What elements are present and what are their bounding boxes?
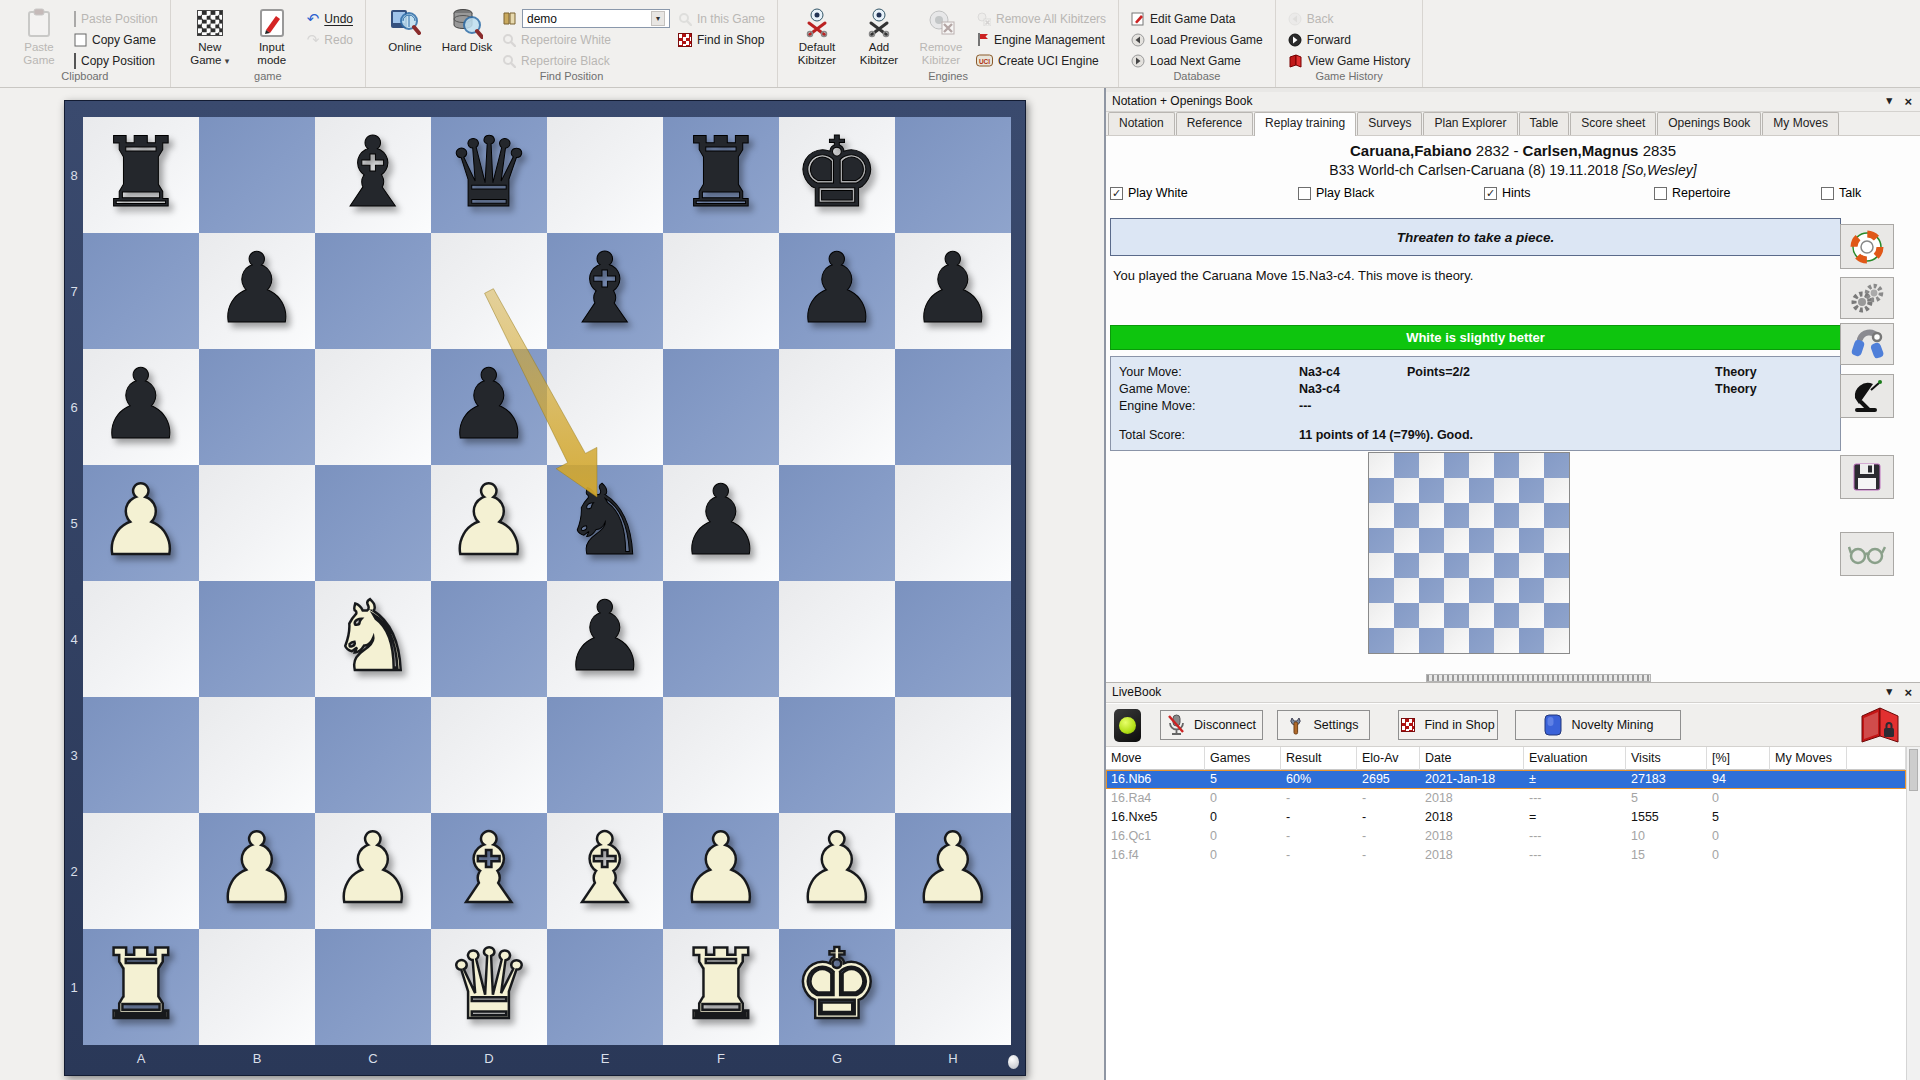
cell <box>1847 827 1906 846</box>
file-label: A <box>83 1047 199 1073</box>
mini-square <box>1544 628 1569 653</box>
white-knight-c4[interactable]: ♞ <box>315 581 431 697</box>
cell <box>1770 846 1847 865</box>
cell: 15 <box>1626 846 1707 865</box>
mini-square <box>1519 578 1544 603</box>
hard-disk-search-icon <box>451 5 483 41</box>
cell: 0 <box>1707 846 1770 865</box>
board-squares: ♜♝♛♜♚♟♝♟♟♟♟♟♟♞♟♞♟♟♟♝♝♟♟♟♜♛♜♚ <box>83 117 1011 1045</box>
history-book-icon <box>1288 54 1303 68</box>
shop-checker-icon <box>1401 718 1415 732</box>
square-f2[interactable]: ♟ <box>663 813 779 929</box>
white-king-g1[interactable]: ♚ <box>779 929 895 1045</box>
cell: - <box>1357 808 1420 827</box>
edit-game-data-icon <box>1131 12 1145 26</box>
cell: = <box>1524 808 1626 827</box>
back-button: Back <box>1288 10 1410 27</box>
help-hint-button[interactable] <box>1840 224 1894 269</box>
white-pawn-c2[interactable]: ♟ <box>315 813 431 929</box>
livebook-vertical-scrollbar[interactable] <box>1906 747 1920 1080</box>
mini-square <box>1394 578 1419 603</box>
square-f3[interactable] <box>663 697 779 813</box>
novelty-mining-button[interactable]: Novelty Mining <box>1515 710 1681 740</box>
file-label: E <box>547 1047 663 1073</box>
mini-square <box>1469 628 1494 653</box>
white-rook-a1[interactable]: ♜ <box>83 929 199 1045</box>
black-pawn-b7[interactable]: ♟ <box>199 233 315 349</box>
square-e5[interactable]: ♞ <box>547 465 663 581</box>
column-header-date[interactable]: Date <box>1420 747 1524 770</box>
mini-square <box>1494 628 1519 653</box>
mini-square <box>1544 578 1569 603</box>
square-g6[interactable] <box>779 349 895 465</box>
paste-game-button: Paste Game <box>12 5 66 70</box>
view-game-history-button[interactable]: View Game History <box>1288 52 1410 69</box>
checkbox-label: Hints <box>1502 186 1530 200</box>
load-next-game-button[interactable]: Load Next Game <box>1131 52 1263 69</box>
square-d4[interactable] <box>431 581 547 697</box>
mini-square <box>1444 578 1469 603</box>
square-h7[interactable]: ♟ <box>895 233 1011 349</box>
cell: --- <box>1524 789 1626 808</box>
mini-chessboard <box>1368 452 1570 654</box>
black-pawn-e4[interactable]: ♟ <box>547 581 663 697</box>
cell: 16.Nxe5 <box>1106 808 1205 827</box>
cell: 10 <box>1626 827 1707 846</box>
mini-square <box>1369 453 1394 478</box>
default-kibitzer-button[interactable]: Default Kibitzer <box>790 5 844 70</box>
tab-openings-book[interactable]: Openings Book <box>1657 112 1761 135</box>
column-header-games[interactable]: Games <box>1205 747 1281 770</box>
black-king-g8[interactable]: ♚ <box>779 117 895 233</box>
square-c3[interactable] <box>315 697 431 813</box>
square-d5[interactable]: ♟ <box>431 465 547 581</box>
square-b7[interactable]: ♟ <box>199 233 315 349</box>
mini-square <box>1369 528 1394 553</box>
cell: 16.Qc1 <box>1106 827 1205 846</box>
column-header-my-moves[interactable]: My Moves <box>1770 747 1847 770</box>
engine-management-button[interactable]: Engine Management <box>976 31 1106 48</box>
disconnect-button[interactable]: Disconnect <box>1160 710 1263 740</box>
square-c8[interactable]: ♝ <box>315 117 431 233</box>
reference-db-combobox[interactable]: demo ▾ <box>522 9 670 28</box>
square-c4[interactable]: ♞ <box>315 581 431 697</box>
square-b8[interactable] <box>199 117 315 233</box>
square-g7[interactable]: ♟ <box>779 233 895 349</box>
rank-label: 3 <box>65 697 83 813</box>
square-c2[interactable]: ♟ <box>315 813 431 929</box>
tab-reference[interactable]: Reference <box>1176 112 1253 135</box>
livebook-header-row: MoveGamesResultElo-AvDateEvaluationVisit… <box>1106 747 1906 770</box>
livebook-row-16.Qc1[interactable]: 16.Qc10--2018---100 <box>1106 827 1906 846</box>
notation-tabs: NotationReferenceReplay trainingSurveysP… <box>1106 112 1920 136</box>
square-a1[interactable]: ♜ <box>83 929 199 1045</box>
mini-square <box>1444 478 1469 503</box>
checkbox-play-black[interactable]: Play Black <box>1298 186 1374 200</box>
rank-label: 4 <box>65 581 83 697</box>
mini-square <box>1519 503 1544 528</box>
checkbox-hints[interactable]: ✓Hints <box>1484 186 1530 200</box>
column-header-elo-av[interactable]: Elo-Av <box>1357 747 1420 770</box>
notation-panel-title: Notation + Openings Book <box>1112 94 1252 108</box>
white-pawn-f2[interactable]: ♟ <box>663 813 779 929</box>
square-e8[interactable] <box>547 117 663 233</box>
mini-square <box>1519 628 1544 653</box>
cell: - <box>1281 789 1357 808</box>
connection-status-led <box>1114 709 1141 742</box>
mini-square <box>1469 453 1494 478</box>
cell: 60% <box>1281 770 1357 789</box>
mini-square <box>1444 553 1469 578</box>
square-g1[interactable]: ♚ <box>779 929 895 1045</box>
livebook-find-in-shop-button[interactable]: Find in Shop <box>1398 710 1498 740</box>
engine-kibitzer-button[interactable] <box>1840 374 1894 418</box>
mini-square <box>1369 553 1394 578</box>
svg-text:UCI: UCI <box>979 58 990 65</box>
engine-settings-button[interactable] <box>1840 277 1894 319</box>
horizontal-scrollbar[interactable] <box>1426 674 1651 682</box>
ribbon-group-game-history: Back Forward View Game History Game Hist… <box>1276 0 1423 87</box>
square-a3[interactable] <box>83 697 199 813</box>
gears-icon <box>1849 281 1885 315</box>
cell: 5 <box>1626 789 1707 808</box>
black-bishop-c8[interactable]: ♝ <box>315 117 431 233</box>
square-e4[interactable]: ♟ <box>547 581 663 697</box>
square-d1[interactable]: ♛ <box>431 929 547 1045</box>
cell <box>1847 789 1906 808</box>
ribbon-group-database: Edit Game Data Load Previous Game Load N… <box>1119 0 1276 87</box>
file-label: B <box>199 1047 315 1073</box>
square-e1[interactable] <box>547 929 663 1045</box>
copy-game-icon <box>74 33 87 47</box>
cell: 2018 <box>1420 827 1524 846</box>
copy-position-button[interactable]: Copy Position <box>74 52 158 69</box>
square-c7[interactable] <box>315 233 431 349</box>
mini-square <box>1494 578 1519 603</box>
square-b5[interactable] <box>199 465 315 581</box>
mini-square <box>1394 453 1419 478</box>
mini-square <box>1544 553 1569 578</box>
undo-button[interactable]: ↶ Undo <box>307 10 353 27</box>
spy-mode-button[interactable] <box>1840 532 1894 576</box>
livebook-row-16.Nb6[interactable]: 16.Nb6560%26952021-Jan-18±2718394 <box>1106 770 1906 789</box>
column-header-pctpctpct[interactable]: [%] <box>1707 747 1770 770</box>
tab-notation[interactable]: Notation <box>1108 112 1175 135</box>
square-b2[interactable]: ♟ <box>199 813 315 929</box>
livebook-shop-book-icon[interactable] <box>1856 706 1904 744</box>
black-knight-e5[interactable]: ♞ <box>547 465 663 581</box>
mini-square <box>1519 453 1544 478</box>
board-options-button[interactable] <box>1008 1055 1019 1069</box>
livebook-titlebar: LiveBook ▾ × <box>1106 683 1920 703</box>
game-header-players: Caruana,Fabiano 2832 - Carlsen,Magnus 28… <box>1106 136 1920 159</box>
checkbox-label: Repertoire <box>1672 186 1730 200</box>
cell: - <box>1357 789 1420 808</box>
cell: 27183 <box>1626 770 1707 789</box>
square-f1[interactable]: ♜ <box>663 929 779 1045</box>
mini-square <box>1519 478 1544 503</box>
group-label-game: game <box>177 70 359 87</box>
pencil-icon <box>258 5 286 41</box>
wrench-icon <box>1288 715 1304 735</box>
hard-disk-search-button[interactable]: Hard Disk <box>440 5 494 70</box>
square-d2[interactable]: ♝ <box>431 813 547 929</box>
rank-label: 1 <box>65 929 83 1045</box>
cell: 5 <box>1707 808 1770 827</box>
mini-square <box>1419 453 1444 478</box>
square-f6[interactable] <box>663 349 779 465</box>
mini-square <box>1444 528 1469 553</box>
new-game-button[interactable]: New Game ▾ <box>183 5 237 70</box>
rank-label: 5 <box>65 465 83 581</box>
glasses-icon <box>1848 541 1886 567</box>
checkbox-repertoire[interactable]: Repertoire <box>1654 186 1730 200</box>
chessbase-window: Paste Game Paste Position Copy Game Copy… <box>0 0 1920 1080</box>
ribbon-group-game: New Game ▾ Input mode ↶ Undo ↷ Redo <box>171 0 366 87</box>
white-pawn-h2[interactable]: ♟ <box>895 813 1011 929</box>
mini-square <box>1519 528 1544 553</box>
tab-plan-explorer[interactable]: Plan Explorer <box>1423 112 1517 135</box>
file-label: C <box>315 1047 431 1073</box>
forward-button[interactable]: Forward <box>1288 31 1410 48</box>
in-this-game-icon <box>678 12 692 26</box>
game-move-value: Na3-c4 <box>1299 382 1340 396</box>
white-pawn-a5[interactable]: ♟ <box>83 465 199 581</box>
square-a4[interactable] <box>83 581 199 697</box>
square-b6[interactable] <box>199 349 315 465</box>
mini-square <box>1469 553 1494 578</box>
mini-square <box>1519 603 1544 628</box>
square-b4[interactable] <box>199 581 315 697</box>
mini-square <box>1419 578 1444 603</box>
column-header-visits[interactable]: Visits <box>1626 747 1707 770</box>
training-options-row: ✓Play WhitePlay Black✓HintsRepertoireTal… <box>1106 186 1920 208</box>
checkbox-box[interactable]: ✓ <box>1110 187 1123 200</box>
paste-position-button: Paste Position <box>74 10 158 27</box>
copy-game-button[interactable]: Copy Game <box>74 31 158 48</box>
your-move-value: Na3-c4 <box>1299 365 1340 379</box>
square-a6[interactable]: ♟ <box>83 349 199 465</box>
white-queen-d1[interactable]: ♛ <box>431 929 547 1045</box>
add-kibitzer-button[interactable]: Add Kibitzer <box>852 5 906 70</box>
black-pawn-f5[interactable]: ♟ <box>663 465 779 581</box>
cell: 94 <box>1707 770 1770 789</box>
save-button[interactable] <box>1840 455 1894 499</box>
black-pawn-a6[interactable]: ♟ <box>83 349 199 465</box>
cell: ± <box>1524 770 1626 789</box>
online-search-button[interactable]: Online <box>378 5 432 70</box>
square-f8[interactable]: ♜ <box>663 117 779 233</box>
black-pawn-d6[interactable]: ♟ <box>431 349 547 465</box>
cell <box>1847 808 1906 827</box>
game-header-event: B33 World-ch Carlsen-Caruana (8) 19.11.2… <box>1106 159 1920 178</box>
black-bishop-e7[interactable]: ♝ <box>547 233 663 349</box>
tab-replay-training[interactable]: Replay training <box>1254 112 1356 136</box>
livebook-panel: LiveBook ▾ × Disconnect Settings <box>1106 683 1920 1080</box>
remove-all-kibitzers-button: Remove All Kibitzers <box>976 10 1106 27</box>
checkbox-box[interactable] <box>1654 187 1667 200</box>
tab-surveys[interactable]: Surveys <box>1357 112 1422 135</box>
mini-square <box>1494 528 1519 553</box>
combobox-arrow-icon[interactable]: ▾ <box>651 11 665 26</box>
livebook-collapse-icon[interactable]: ▾ <box>1886 685 1892 698</box>
load-previous-game-button[interactable]: Load Previous Game <box>1131 31 1263 48</box>
hand-gripper-icon <box>1850 327 1884 361</box>
cell: 2695 <box>1357 770 1420 789</box>
cell: 0 <box>1205 808 1281 827</box>
cell: --- <box>1524 827 1626 846</box>
new-game-icon <box>197 5 223 41</box>
mini-square <box>1494 553 1519 578</box>
square-h4[interactable] <box>895 581 1011 697</box>
ribbon-group-engines: Default Kibitzer Add Kibitzer Remove Kib… <box>778 0 1119 87</box>
tab-table[interactable]: Table <box>1519 112 1570 135</box>
square-b3[interactable] <box>199 697 315 813</box>
mini-square <box>1369 628 1394 653</box>
panel-close-icon[interactable]: × <box>1904 94 1912 109</box>
tab-my-moves[interactable]: My Moves <box>1762 112 1839 135</box>
square-h2[interactable]: ♟ <box>895 813 1011 929</box>
mini-square <box>1544 453 1569 478</box>
livebook-row-16.Ra4[interactable]: 16.Ra40--2018---50 <box>1106 789 1906 808</box>
square-g5[interactable] <box>779 465 895 581</box>
livebook-row-16.f4[interactable]: 16.f40--2018---150 <box>1106 846 1906 865</box>
rank-label: 6 <box>65 349 83 465</box>
right-panels: Notation + Openings Book ▾ × NotationRef… <box>1104 88 1920 1080</box>
livebook-row-16.Nxe5[interactable]: 16.Nxe50--2018=15555 <box>1106 808 1906 827</box>
settings-button[interactable]: Settings <box>1277 710 1370 740</box>
cell: 0 <box>1205 827 1281 846</box>
column-header-evaluation[interactable]: Evaluation <box>1524 747 1626 770</box>
cell: 0 <box>1707 827 1770 846</box>
cell <box>1770 770 1847 789</box>
checkbox-play-white[interactable]: ✓Play White <box>1110 186 1188 200</box>
mini-square <box>1494 453 1519 478</box>
square-d7[interactable] <box>431 233 547 349</box>
square-f4[interactable] <box>663 581 779 697</box>
repertoire-black-button: Repertoire Black <box>502 52 670 69</box>
mini-square <box>1419 478 1444 503</box>
white-bishop-d2[interactable]: ♝ <box>431 813 547 929</box>
column-header-result[interactable]: Result <box>1281 747 1357 770</box>
white-pawn-g2[interactable]: ♟ <box>779 813 895 929</box>
column-header-move[interactable]: Move <box>1106 747 1205 770</box>
cell: 2021-Jan-18 <box>1420 770 1524 789</box>
square-g3[interactable] <box>779 697 895 813</box>
black-queen-d8[interactable]: ♛ <box>431 117 547 233</box>
black-rook-a8[interactable]: ♜ <box>83 117 199 233</box>
tab-score-sheet[interactable]: Score sheet <box>1570 112 1656 135</box>
input-mode-button[interactable]: Input mode <box>245 5 299 70</box>
mini-square <box>1419 628 1444 653</box>
square-a2[interactable] <box>83 813 199 929</box>
mini-square <box>1419 503 1444 528</box>
checkbox-box[interactable] <box>1298 187 1311 200</box>
black-pawn-h7[interactable]: ♟ <box>895 233 1011 349</box>
rank-label: 8 <box>65 117 83 233</box>
square-a8[interactable]: ♜ <box>83 117 199 233</box>
black-pawn-g7[interactable]: ♟ <box>779 233 895 349</box>
square-g4[interactable] <box>779 581 895 697</box>
livebook-toolbar: Disconnect Settings Find in Shop No <box>1106 704 1920 747</box>
checkbox-box[interactable] <box>1821 187 1834 200</box>
square-g2[interactable]: ♟ <box>779 813 895 929</box>
white-pawn-b2[interactable]: ♟ <box>199 813 315 929</box>
cell: 2018 <box>1420 808 1524 827</box>
square-h6[interactable] <box>895 349 1011 465</box>
mini-square <box>1394 553 1419 578</box>
square-e3[interactable] <box>547 697 663 813</box>
square-f5[interactable]: ♟ <box>663 465 779 581</box>
create-uci-engine-button[interactable]: UCI Create UCI Engine <box>976 52 1106 69</box>
square-f7[interactable] <box>663 233 779 349</box>
mini-square <box>1494 603 1519 628</box>
notation-panel-titlebar: Notation + Openings Book ▾ × <box>1106 92 1920 112</box>
square-h5[interactable] <box>895 465 1011 581</box>
total-score-value: 11 points of 14 (=79%). Good. <box>1299 428 1473 442</box>
square-d3[interactable] <box>431 697 547 813</box>
white-rook-f1[interactable]: ♜ <box>663 929 779 1045</box>
square-d8[interactable]: ♛ <box>431 117 547 233</box>
move-feedback-text: You played the Caruana Move 15.Na3-c4. T… <box>1113 268 1473 283</box>
mini-square <box>1419 603 1444 628</box>
mini-square <box>1494 503 1519 528</box>
microphone-slash-icon <box>1167 714 1185 736</box>
repertoire-white-icon <box>502 33 516 47</box>
mini-square <box>1394 603 1419 628</box>
remove-all-kibitzers-icon <box>976 12 991 26</box>
square-a7[interactable] <box>83 233 199 349</box>
livebook-title: LiveBook <box>1112 685 1161 699</box>
checkbox-box[interactable]: ✓ <box>1484 187 1497 200</box>
group-label-game-history: Game History <box>1282 70 1416 87</box>
square-a5[interactable]: ♟ <box>83 465 199 581</box>
mini-square <box>1544 478 1569 503</box>
square-c6[interactable] <box>315 349 431 465</box>
square-c1[interactable] <box>315 929 431 1045</box>
dropdown-caret: ▾ <box>225 56 230 66</box>
square-e2[interactable]: ♝ <box>547 813 663 929</box>
clipboard-icon <box>26 5 52 41</box>
find-in-shop-button[interactable]: Find in Shop <box>678 31 765 48</box>
square-c5[interactable] <box>315 465 431 581</box>
rank-labels: 87654321 <box>65 117 83 1045</box>
edit-game-data-button[interactable]: Edit Game Data <box>1131 10 1263 27</box>
book-icon <box>502 11 517 26</box>
square-b1[interactable] <box>199 929 315 1045</box>
mini-square <box>1394 478 1419 503</box>
hint-banner: Threaten to take a piece. <box>1110 218 1841 256</box>
file-label: H <box>895 1047 1011 1073</box>
black-rook-f8[interactable]: ♜ <box>663 117 779 233</box>
evaluation-bar: White is slightly better <box>1110 325 1841 350</box>
square-e7[interactable]: ♝ <box>547 233 663 349</box>
training-level-button[interactable] <box>1840 323 1894 365</box>
mini-square <box>1369 478 1394 503</box>
square-g8[interactable]: ♚ <box>779 117 895 233</box>
square-h3[interactable] <box>895 697 1011 813</box>
livebook-close-icon[interactable]: × <box>1904 685 1912 700</box>
white-pawn-d5[interactable]: ♟ <box>431 465 547 581</box>
square-d6[interactable]: ♟ <box>431 349 547 465</box>
cell: 1555 <box>1626 808 1707 827</box>
square-h1[interactable] <box>895 929 1011 1045</box>
white-bishop-e2[interactable]: ♝ <box>547 813 663 929</box>
square-h8[interactable] <box>895 117 1011 233</box>
square-e6[interactable] <box>547 349 663 465</box>
repertoire-black-icon <box>502 54 516 68</box>
mini-square <box>1444 453 1469 478</box>
